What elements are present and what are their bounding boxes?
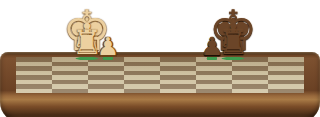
- felt-base: [103, 57, 113, 60]
- felt-base: [80, 57, 94, 60]
- black-knight-a8: ♞: [205, 24, 261, 59]
- felt-base: [226, 57, 241, 60]
- white-pawn-glyph: ♟: [80, 35, 136, 59]
- white-pawn-glyph: ♟: [80, 35, 136, 59]
- felt-base: [207, 57, 217, 60]
- felt-base: [80, 57, 95, 60]
- white-rook-glyph: ♜: [59, 26, 115, 60]
- white-pawn-glyph: ♟: [80, 35, 136, 59]
- black-queen-glyph: ♛: [205, 12, 261, 59]
- white-knight-a1: ♞: [59, 24, 115, 59]
- black-queen-a8: ♛: [205, 12, 261, 59]
- white-knight-glyph: ♞: [59, 24, 115, 59]
- felt-base: [80, 57, 94, 60]
- black-pawn-glyph: ♟: [184, 35, 240, 59]
- chess-set-photo: ♜♞♝♛♚♝♞♜♟♟♟♟♟♟♟♟♟♟♟♟♟♟♟♟♜♞♝♛♚♝♞♜: [0, 0, 320, 117]
- felt-base: [103, 57, 113, 60]
- white-bishop-a1: ♝: [59, 19, 115, 59]
- felt-base: [207, 57, 217, 60]
- felt-base: [225, 57, 242, 60]
- white-pawn-a2: ♟: [80, 35, 136, 59]
- black-knight-glyph: ♞: [205, 24, 261, 59]
- felt-base: [207, 57, 217, 60]
- white-king-a1: ♚: [59, 4, 115, 59]
- black-pawn-glyph: ♟: [184, 35, 240, 59]
- felt-base: [226, 57, 241, 60]
- felt-base: [75, 57, 98, 60]
- felt-base: [103, 57, 113, 60]
- black-pawn-a7: ♟: [184, 35, 240, 59]
- felt-base: [226, 57, 240, 60]
- black-pawn-a7: ♟: [184, 35, 240, 59]
- felt-base: [77, 57, 97, 60]
- felt-base: [80, 57, 95, 60]
- black-pawn-glyph: ♟: [184, 35, 240, 59]
- black-pawn-a7: ♟: [184, 35, 240, 59]
- black-knight-a8: ♞: [205, 24, 261, 59]
- white-pawn-a2: ♟: [80, 35, 136, 59]
- white-pawn-a2: ♟: [80, 35, 136, 59]
- white-pawn-a2: ♟: [80, 35, 136, 59]
- white-pawn-glyph: ♟: [80, 35, 136, 59]
- white-rook-glyph: ♜: [59, 26, 115, 60]
- black-rook-glyph: ♜: [205, 26, 261, 60]
- black-pawn-a7: ♟: [184, 35, 240, 59]
- white-pawn-a2: ♟: [80, 35, 136, 59]
- black-pawn-glyph: ♟: [184, 35, 240, 59]
- white-queen-a1: ♛: [59, 12, 115, 59]
- black-rook-a8: ♜: [205, 26, 261, 60]
- black-pawn-a7: ♟: [184, 35, 240, 59]
- felt-base: [207, 57, 217, 60]
- white-bishop-glyph: ♝: [59, 19, 115, 59]
- black-pawn-glyph: ♟: [184, 35, 240, 59]
- black-bishop-glyph: ♝: [205, 19, 261, 59]
- white-rook-a1: ♜: [59, 26, 115, 60]
- white-knight-glyph: ♞: [59, 24, 115, 59]
- felt-base: [226, 57, 240, 60]
- black-bishop-a8: ♝: [205, 19, 261, 59]
- white-pawn-a2: ♟: [80, 35, 136, 59]
- white-king-glyph: ♚: [59, 4, 115, 59]
- white-pawn-glyph: ♟: [80, 35, 136, 59]
- white-knight-a1: ♞: [59, 24, 115, 59]
- felt-base: [78, 57, 95, 60]
- pieces-layer: ♜♞♝♛♚♝♞♜♟♟♟♟♟♟♟♟♟♟♟♟♟♟♟♟♜♞♝♛♚♝♞♜: [0, 0, 320, 117]
- black-pawn-glyph: ♟: [184, 35, 240, 59]
- felt-base: [103, 57, 113, 60]
- black-pawn-a7: ♟: [184, 35, 240, 59]
- black-king-a8: ♚: [205, 4, 261, 59]
- felt-base: [223, 57, 243, 60]
- white-bishop-a1: ♝: [59, 19, 115, 59]
- felt-base: [103, 57, 113, 60]
- felt-base: [78, 57, 95, 60]
- black-knight-glyph: ♞: [205, 24, 261, 59]
- black-bishop-glyph: ♝: [205, 19, 261, 59]
- felt-base: [207, 57, 217, 60]
- felt-base: [221, 57, 244, 60]
- felt-base: [207, 57, 217, 60]
- black-bishop-a8: ♝: [205, 19, 261, 59]
- black-pawn-glyph: ♟: [184, 35, 240, 59]
- black-pawn-a7: ♟: [184, 35, 240, 59]
- black-rook-glyph: ♜: [205, 26, 261, 60]
- white-bishop-glyph: ♝: [59, 19, 115, 59]
- black-king-glyph: ♚: [205, 4, 261, 59]
- felt-base: [207, 57, 217, 60]
- white-pawn-glyph: ♟: [80, 35, 136, 59]
- felt-base: [103, 57, 113, 60]
- white-rook-a1: ♜: [59, 26, 115, 60]
- felt-base: [207, 57, 217, 60]
- black-pawn-a7: ♟: [184, 35, 240, 59]
- black-pawn-glyph: ♟: [184, 35, 240, 59]
- white-pawn-a2: ♟: [80, 35, 136, 59]
- black-rook-a8: ♜: [205, 26, 261, 60]
- white-pawn-glyph: ♟: [80, 35, 136, 59]
- white-queen-glyph: ♛: [59, 12, 115, 59]
- white-pawn-a2: ♟: [80, 35, 136, 59]
- felt-base: [103, 57, 113, 60]
- white-pawn-glyph: ♟: [80, 35, 136, 59]
- felt-base: [225, 57, 242, 60]
- felt-base: [103, 57, 113, 60]
